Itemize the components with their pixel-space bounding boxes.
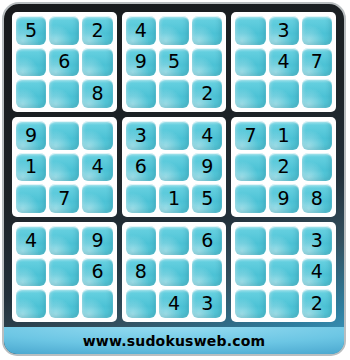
cell-r7c5[interactable] — [159, 226, 189, 255]
box-3-2: 6843 — [122, 222, 227, 322]
sudoku-grid: 526849523479147346915712984966843342 — [12, 12, 336, 322]
cell-r5c6[interactable]: 9 — [192, 153, 222, 182]
sudoku-board: 526849523479147346915712984966843342 www… — [2, 2, 346, 356]
cell-r4c2[interactable] — [49, 121, 79, 150]
cell-r5c3[interactable]: 4 — [82, 153, 112, 182]
box-3-1: 496 — [12, 222, 117, 322]
cell-r4c7[interactable]: 7 — [235, 121, 265, 150]
box-2-3: 71298 — [231, 117, 336, 217]
cell-r9c6[interactable]: 3 — [192, 289, 222, 318]
cell-r5c9[interactable] — [302, 153, 332, 182]
cell-r3c6[interactable]: 2 — [192, 79, 222, 108]
cell-r9c4[interactable] — [126, 289, 156, 318]
cell-r7c7[interactable] — [235, 226, 265, 255]
cell-r7c1[interactable]: 4 — [16, 226, 46, 255]
box-1-2: 4952 — [122, 12, 227, 112]
cell-r3c4[interactable] — [126, 79, 156, 108]
cell-r6c5[interactable]: 1 — [159, 184, 189, 213]
cell-r7c2[interactable] — [49, 226, 79, 255]
cell-r5c5[interactable] — [159, 153, 189, 182]
cell-r5c7[interactable] — [235, 153, 265, 182]
cell-r8c9[interactable]: 4 — [302, 258, 332, 287]
cell-r7c8[interactable] — [269, 226, 299, 255]
cell-r2c5[interactable]: 5 — [159, 48, 189, 77]
cell-r4c8[interactable]: 1 — [269, 121, 299, 150]
cell-r7c3[interactable]: 9 — [82, 226, 112, 255]
cell-r9c9[interactable]: 2 — [302, 289, 332, 318]
cell-r1c8[interactable]: 3 — [269, 16, 299, 45]
cell-r4c9[interactable] — [302, 121, 332, 150]
cell-r2c6[interactable] — [192, 48, 222, 77]
board-inner: 526849523479147346915712984966843342 — [4, 4, 344, 327]
cell-r3c9[interactable] — [302, 79, 332, 108]
cell-r6c7[interactable] — [235, 184, 265, 213]
cell-r1c2[interactable] — [49, 16, 79, 45]
cell-r6c9[interactable]: 8 — [302, 184, 332, 213]
cell-r1c1[interactable]: 5 — [16, 16, 46, 45]
cell-r9c2[interactable] — [49, 289, 79, 318]
cell-r2c4[interactable]: 9 — [126, 48, 156, 77]
cell-r4c3[interactable] — [82, 121, 112, 150]
cell-r4c4[interactable]: 3 — [126, 121, 156, 150]
cell-r5c2[interactable] — [49, 153, 79, 182]
cell-r1c3[interactable]: 2 — [82, 16, 112, 45]
cell-r7c9[interactable]: 3 — [302, 226, 332, 255]
cell-r1c5[interactable] — [159, 16, 189, 45]
cell-r8c4[interactable]: 8 — [126, 258, 156, 287]
cell-r2c3[interactable] — [82, 48, 112, 77]
cell-r1c4[interactable]: 4 — [126, 16, 156, 45]
cell-r6c8[interactable]: 9 — [269, 184, 299, 213]
cell-r3c3[interactable]: 8 — [82, 79, 112, 108]
box-1-1: 5268 — [12, 12, 117, 112]
cell-r6c2[interactable]: 7 — [49, 184, 79, 213]
cell-r4c6[interactable]: 4 — [192, 121, 222, 150]
cell-r9c8[interactable] — [269, 289, 299, 318]
box-1-3: 347 — [231, 12, 336, 112]
cell-r9c3[interactable] — [82, 289, 112, 318]
cell-r3c5[interactable] — [159, 79, 189, 108]
cell-r8c7[interactable] — [235, 258, 265, 287]
cell-r8c2[interactable] — [49, 258, 79, 287]
website-link[interactable]: www.sudokusweb.com — [83, 333, 266, 349]
cell-r2c8[interactable]: 4 — [269, 48, 299, 77]
cell-r8c6[interactable] — [192, 258, 222, 287]
cell-r4c1[interactable]: 9 — [16, 121, 46, 150]
cell-r5c8[interactable]: 2 — [269, 153, 299, 182]
cell-r1c7[interactable] — [235, 16, 265, 45]
cell-r2c1[interactable] — [16, 48, 46, 77]
cell-r3c7[interactable] — [235, 79, 265, 108]
cell-r8c1[interactable] — [16, 258, 46, 287]
cell-r5c1[interactable]: 1 — [16, 153, 46, 182]
cell-r7c4[interactable] — [126, 226, 156, 255]
box-2-2: 346915 — [122, 117, 227, 217]
cell-r6c4[interactable] — [126, 184, 156, 213]
cell-r9c5[interactable]: 4 — [159, 289, 189, 318]
box-2-1: 9147 — [12, 117, 117, 217]
cell-r3c8[interactable] — [269, 79, 299, 108]
box-3-3: 342 — [231, 222, 336, 322]
cell-r9c1[interactable] — [16, 289, 46, 318]
footer-bar: www.sudokusweb.com — [4, 327, 344, 354]
cell-r8c5[interactable] — [159, 258, 189, 287]
cell-r2c2[interactable]: 6 — [49, 48, 79, 77]
cell-r2c9[interactable]: 7 — [302, 48, 332, 77]
cell-r3c1[interactable] — [16, 79, 46, 108]
cell-r1c6[interactable] — [192, 16, 222, 45]
cell-r5c4[interactable]: 6 — [126, 153, 156, 182]
cell-r7c6[interactable]: 6 — [192, 226, 222, 255]
cell-r8c8[interactable] — [269, 258, 299, 287]
cell-r4c5[interactable] — [159, 121, 189, 150]
cell-r2c7[interactable] — [235, 48, 265, 77]
cell-r6c6[interactable]: 5 — [192, 184, 222, 213]
cell-r8c3[interactable]: 6 — [82, 258, 112, 287]
cell-r6c1[interactable] — [16, 184, 46, 213]
cell-r1c9[interactable] — [302, 16, 332, 45]
cell-r9c7[interactable] — [235, 289, 265, 318]
cell-r6c3[interactable] — [82, 184, 112, 213]
cell-r3c2[interactable] — [49, 79, 79, 108]
